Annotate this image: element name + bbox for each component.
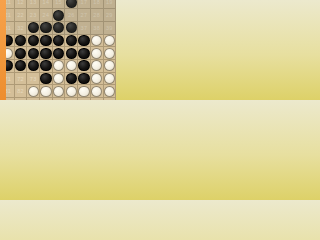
board-cell-18[interactable]: 18	[91, 0, 104, 9]
board-cell-92[interactable]: 92	[15, 98, 28, 100]
board-cell-48[interactable]: 48	[91, 35, 104, 48]
board-cell-98[interactable]: 98	[91, 98, 104, 100]
board-cell-72[interactable]: 72	[15, 73, 28, 86]
cell-coordinate-label: 82	[15, 85, 27, 97]
board-cell-75[interactable]: 75	[53, 73, 66, 86]
cell-coordinate-label: 17	[78, 0, 90, 8]
cell-coordinate-label: 97	[78, 98, 90, 100]
black-stone	[66, 48, 77, 59]
cell-coordinate-label: 13	[27, 0, 39, 8]
cell-coordinate-label: 22	[15, 9, 27, 21]
cell-coordinate-label: 24	[40, 9, 52, 21]
black-stone	[66, 22, 77, 33]
black-stone	[53, 10, 64, 21]
cell-coordinate-label: 12	[15, 0, 27, 8]
white-stone	[91, 48, 102, 59]
white-stone	[104, 35, 115, 46]
white-stone	[104, 86, 115, 97]
board-cell-43[interactable]: 43	[27, 35, 40, 48]
black-stone	[40, 60, 51, 71]
board-cell-55[interactable]: 55	[53, 47, 66, 60]
board-cell-63[interactable]: 63	[27, 60, 40, 73]
cell-coordinate-label: 38	[91, 22, 103, 34]
black-stone	[40, 73, 51, 84]
board-cell-77[interactable]: 77	[78, 73, 91, 86]
board-cell-68[interactable]: 68	[91, 60, 104, 73]
board-cell-82[interactable]: 82	[15, 85, 28, 98]
board-cell-19[interactable]: 19	[104, 0, 117, 9]
board-cell-83[interactable]: 83	[27, 85, 40, 98]
cell-coordinate-label: 27	[78, 9, 90, 21]
cell-coordinate-label: 93	[27, 98, 39, 100]
board-cell-95[interactable]: 95	[53, 98, 66, 100]
white-stone	[78, 86, 89, 97]
board-cell-84[interactable]: 84	[40, 85, 53, 98]
board-cell-33[interactable]: 33	[27, 22, 40, 35]
board-cell-17[interactable]: 17	[78, 0, 91, 9]
board-cell-56[interactable]: 56	[65, 47, 78, 60]
board-cell-28[interactable]: 28	[91, 9, 104, 22]
board-cell-66[interactable]: 66	[65, 60, 78, 73]
board-cell-15[interactable]: 15	[53, 0, 66, 9]
board-cell-58[interactable]: 58	[91, 47, 104, 60]
cell-coordinate-label: 92	[15, 98, 27, 100]
board-cell-78[interactable]: 78	[91, 73, 104, 86]
black-stone	[66, 0, 77, 8]
black-stone	[40, 48, 51, 59]
black-stone	[15, 48, 26, 59]
board-cell-49[interactable]: 49	[104, 35, 117, 48]
white-stone	[66, 60, 77, 71]
board-cell-93[interactable]: 93	[27, 98, 40, 100]
white-stone	[66, 86, 77, 97]
white-stone	[104, 48, 115, 59]
board-cell-25[interactable]: 25	[53, 9, 66, 22]
board-cell-29[interactable]: 29	[104, 9, 117, 22]
board-cell-12[interactable]: 12	[15, 0, 28, 9]
board-cell-44[interactable]: 44	[40, 35, 53, 48]
board-cell-76[interactable]: 76	[65, 73, 78, 86]
black-stone	[15, 35, 26, 46]
white-stone	[91, 60, 102, 71]
white-stone	[40, 86, 51, 97]
cell-coordinate-label: 98	[91, 98, 103, 100]
black-stone	[66, 35, 77, 46]
board-cell-24[interactable]: 24	[40, 9, 53, 22]
cell-coordinate-label: 18	[91, 0, 103, 8]
board-cell-14[interactable]: 14	[40, 0, 53, 9]
board-cell-94[interactable]: 94	[40, 98, 53, 100]
white-stone	[53, 60, 64, 71]
black-stone	[53, 22, 64, 33]
white-stone	[104, 60, 115, 71]
white-stone	[28, 86, 39, 97]
board-cell-73[interactable]: 73	[27, 73, 40, 86]
game-board: 1112131415161718192122232425262728293132…	[2, 0, 116, 100]
cell-coordinate-label: 26	[65, 9, 77, 21]
board-cell-85[interactable]: 85	[53, 85, 66, 98]
board-cell-45[interactable]: 45	[53, 35, 66, 48]
cell-coordinate-label: 95	[53, 98, 65, 100]
board-cell-27[interactable]: 27	[78, 9, 91, 22]
board-cell-99[interactable]: 99	[104, 98, 117, 100]
cell-coordinate-label: 96	[65, 98, 77, 100]
left-panel-strip	[0, 0, 6, 100]
cell-coordinate-label: 29	[104, 9, 116, 21]
black-stone	[78, 73, 89, 84]
board-cell-22[interactable]: 22	[15, 9, 28, 22]
black-stone	[40, 35, 51, 46]
board-cell-67[interactable]: 67	[78, 60, 91, 73]
board-cell-88[interactable]: 88	[91, 85, 104, 98]
cell-coordinate-label: 15	[53, 0, 65, 8]
black-stone	[66, 73, 77, 84]
board-cell-53[interactable]: 53	[27, 47, 40, 60]
cell-coordinate-label: 14	[40, 0, 52, 8]
white-stone	[53, 86, 64, 97]
cell-coordinate-label: 94	[40, 98, 52, 100]
board-cell-36[interactable]: 36	[65, 22, 78, 35]
white-stone	[91, 86, 102, 97]
black-stone	[28, 22, 39, 33]
board-cell-34[interactable]: 34	[40, 22, 53, 35]
board-cell-87[interactable]: 87	[78, 85, 91, 98]
board-cell-64[interactable]: 64	[40, 60, 53, 73]
black-stone	[78, 48, 89, 59]
board-cell-16[interactable]: 16	[65, 0, 78, 9]
board-cell-96[interactable]: 96	[65, 98, 78, 100]
white-stone	[53, 73, 64, 84]
board-cell-35[interactable]: 35	[53, 22, 66, 35]
board-cell-79[interactable]: 79	[104, 73, 117, 86]
cell-coordinate-label: 73	[27, 73, 39, 85]
board-cell-59[interactable]: 59	[104, 47, 117, 60]
board-cell-69[interactable]: 69	[104, 60, 117, 73]
board-cell-38[interactable]: 38	[91, 22, 104, 35]
board-cell-74[interactable]: 74	[40, 73, 53, 86]
black-stone	[53, 48, 64, 59]
board-cell-97[interactable]: 97	[78, 98, 91, 100]
board-cell-89[interactable]: 89	[104, 85, 117, 98]
black-stone	[40, 22, 51, 33]
board-cell-23[interactable]: 23	[27, 9, 40, 22]
cell-coordinate-label: 32	[15, 22, 27, 34]
cell-coordinate-label: 19	[104, 0, 116, 8]
board-cell-62[interactable]: 62	[15, 60, 28, 73]
board-cell-86[interactable]: 86	[65, 85, 78, 98]
white-stone	[104, 73, 115, 84]
board-cell-39[interactable]: 39	[104, 22, 117, 35]
cell-coordinate-label: 23	[27, 9, 39, 21]
board-cell-26[interactable]: 26	[65, 9, 78, 22]
black-stone	[78, 60, 89, 71]
white-stone	[91, 35, 102, 46]
black-stone	[28, 48, 39, 59]
app-background: { "game": "gomoku-style black/white ston…	[0, 0, 130, 100]
black-stone	[53, 35, 64, 46]
board-cell-32[interactable]: 32	[15, 22, 28, 35]
board-cell-54[interactable]: 54	[40, 47, 53, 60]
black-stone	[28, 60, 39, 71]
board-cell-46[interactable]: 46	[65, 35, 78, 48]
cell-coordinate-label: 37	[78, 22, 90, 34]
board-cell-52[interactable]: 52	[15, 47, 28, 60]
black-stone	[15, 60, 26, 71]
cell-coordinate-label: 39	[104, 22, 116, 34]
black-stone	[78, 35, 89, 46]
cell-coordinate-label: 72	[15, 73, 27, 85]
board-cell-57[interactable]: 57	[78, 47, 91, 60]
cell-coordinate-label: 99	[104, 98, 116, 100]
board-cell-13[interactable]: 13	[27, 0, 40, 9]
board-cell-42[interactable]: 42	[15, 35, 28, 48]
cell-coordinate-label: 28	[91, 9, 103, 21]
white-stone	[91, 73, 102, 84]
board-cell-37[interactable]: 37	[78, 22, 91, 35]
board-cell-47[interactable]: 47	[78, 35, 91, 48]
board-cell-65[interactable]: 65	[53, 60, 66, 73]
black-stone	[28, 35, 39, 46]
